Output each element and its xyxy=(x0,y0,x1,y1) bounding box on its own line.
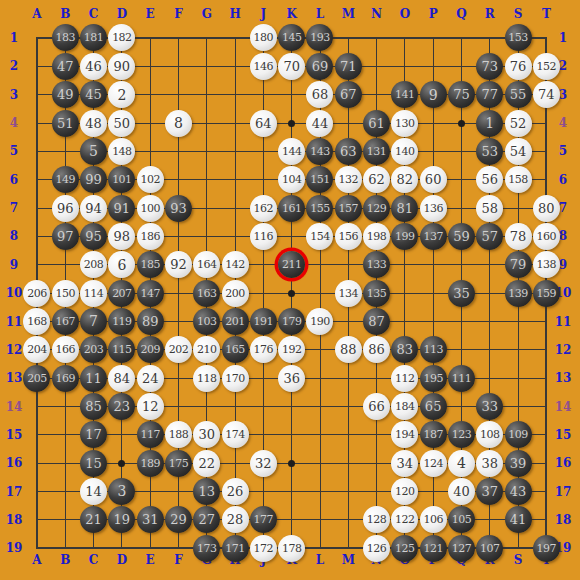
intersection-N17[interactable] xyxy=(362,477,390,505)
intersection-M4[interactable] xyxy=(334,109,362,137)
intersection-N8[interactable]: 198 xyxy=(362,222,390,250)
intersection-P11[interactable] xyxy=(419,307,447,335)
intersection-P18[interactable]: 106 xyxy=(419,506,447,534)
intersection-O3[interactable]: 141 xyxy=(391,81,419,109)
intersection-Q11[interactable] xyxy=(447,307,475,335)
intersection-B10[interactable]: 150 xyxy=(51,279,79,307)
intersection-M8[interactable]: 156 xyxy=(334,222,362,250)
intersection-J13[interactable] xyxy=(249,364,277,392)
intersection-O12[interactable]: 83 xyxy=(391,336,419,364)
intersection-D1[interactable]: 182 xyxy=(108,24,136,52)
intersection-P19[interactable]: 121 xyxy=(419,534,447,562)
intersection-G13[interactable]: 118 xyxy=(193,364,221,392)
intersection-E19[interactable] xyxy=(136,534,164,562)
intersection-L11[interactable]: 190 xyxy=(306,307,334,335)
intersection-F2[interactable] xyxy=(164,52,192,80)
intersection-D7[interactable]: 91 xyxy=(108,194,136,222)
intersection-Q10[interactable]: 35 xyxy=(447,279,475,307)
intersection-G15[interactable]: 30 xyxy=(193,421,221,449)
intersection-R13[interactable] xyxy=(476,364,504,392)
intersection-B17[interactable] xyxy=(51,477,79,505)
intersection-B6[interactable]: 149 xyxy=(51,166,79,194)
intersection-L8[interactable]: 154 xyxy=(306,222,334,250)
intersection-C13[interactable]: 11 xyxy=(79,364,107,392)
intersection-R5[interactable]: 53 xyxy=(476,137,504,165)
intersection-J16[interactable]: 32 xyxy=(249,449,277,477)
intersection-T15[interactable] xyxy=(532,421,560,449)
intersection-E17[interactable] xyxy=(136,477,164,505)
intersection-E15[interactable]: 117 xyxy=(136,421,164,449)
intersection-M16[interactable] xyxy=(334,449,362,477)
intersection-E4[interactable] xyxy=(136,109,164,137)
intersection-Q8[interactable]: 59 xyxy=(447,222,475,250)
intersection-G17[interactable]: 13 xyxy=(193,477,221,505)
intersection-H17[interactable]: 26 xyxy=(221,477,249,505)
intersection-E1[interactable] xyxy=(136,24,164,52)
intersection-H5[interactable] xyxy=(221,137,249,165)
intersection-C5[interactable]: 5 xyxy=(79,137,107,165)
intersection-M3[interactable]: 67 xyxy=(334,81,362,109)
intersection-Q18[interactable]: 105 xyxy=(447,506,475,534)
intersection-Q16[interactable]: 4 xyxy=(447,449,475,477)
intersection-P17[interactable] xyxy=(419,477,447,505)
intersection-D9[interactable]: 6 xyxy=(108,251,136,279)
intersection-S5[interactable]: 54 xyxy=(504,137,532,165)
intersection-F12[interactable]: 202 xyxy=(164,336,192,364)
intersection-S19[interactable] xyxy=(504,534,532,562)
intersection-B9[interactable] xyxy=(51,251,79,279)
intersection-G8[interactable] xyxy=(193,222,221,250)
intersection-M7[interactable]: 157 xyxy=(334,194,362,222)
intersection-M2[interactable]: 71 xyxy=(334,52,362,80)
intersection-M13[interactable] xyxy=(334,364,362,392)
intersection-Q15[interactable]: 123 xyxy=(447,421,475,449)
intersection-A5[interactable] xyxy=(23,137,51,165)
intersection-F11[interactable] xyxy=(164,307,192,335)
intersection-D4[interactable]: 50 xyxy=(108,109,136,137)
intersection-G16[interactable]: 22 xyxy=(193,449,221,477)
intersection-O6[interactable]: 82 xyxy=(391,166,419,194)
intersection-L17[interactable] xyxy=(306,477,334,505)
intersection-Q19[interactable]: 127 xyxy=(447,534,475,562)
intersection-B2[interactable]: 47 xyxy=(51,52,79,80)
intersection-H14[interactable] xyxy=(221,392,249,420)
intersection-T16[interactable] xyxy=(532,449,560,477)
intersection-L6[interactable]: 151 xyxy=(306,166,334,194)
intersection-J1[interactable]: 180 xyxy=(249,24,277,52)
intersection-K4[interactable] xyxy=(278,109,306,137)
intersection-P14[interactable]: 65 xyxy=(419,392,447,420)
intersection-F6[interactable] xyxy=(164,166,192,194)
intersection-S10[interactable]: 139 xyxy=(504,279,532,307)
intersection-P8[interactable]: 137 xyxy=(419,222,447,250)
intersection-Q7[interactable] xyxy=(447,194,475,222)
intersection-Q1[interactable] xyxy=(447,24,475,52)
intersection-T7[interactable]: 80 xyxy=(532,194,560,222)
intersection-T10[interactable]: 159 xyxy=(532,279,560,307)
intersection-R9[interactable] xyxy=(476,251,504,279)
intersection-R15[interactable]: 108 xyxy=(476,421,504,449)
intersection-S9[interactable]: 79 xyxy=(504,251,532,279)
intersection-G2[interactable] xyxy=(193,52,221,80)
intersection-G12[interactable]: 210 xyxy=(193,336,221,364)
intersection-R11[interactable] xyxy=(476,307,504,335)
intersection-Q4[interactable] xyxy=(447,109,475,137)
intersection-J3[interactable] xyxy=(249,81,277,109)
intersection-G10[interactable]: 163 xyxy=(193,279,221,307)
intersection-K1[interactable]: 145 xyxy=(278,24,306,52)
intersection-S7[interactable] xyxy=(504,194,532,222)
intersection-E10[interactable]: 147 xyxy=(136,279,164,307)
intersection-S18[interactable]: 41 xyxy=(504,506,532,534)
intersection-F7[interactable]: 93 xyxy=(164,194,192,222)
intersection-T18[interactable] xyxy=(532,506,560,534)
intersection-N6[interactable]: 62 xyxy=(362,166,390,194)
intersection-N10[interactable]: 135 xyxy=(362,279,390,307)
intersection-N2[interactable] xyxy=(362,52,390,80)
intersection-S11[interactable] xyxy=(504,307,532,335)
intersection-L5[interactable]: 143 xyxy=(306,137,334,165)
intersection-T2[interactable]: 152 xyxy=(532,52,560,80)
intersection-K8[interactable] xyxy=(278,222,306,250)
intersection-A1[interactable] xyxy=(23,24,51,52)
intersection-B11[interactable]: 167 xyxy=(51,307,79,335)
intersection-L15[interactable] xyxy=(306,421,334,449)
intersection-J9[interactable] xyxy=(249,251,277,279)
intersection-A18[interactable] xyxy=(23,506,51,534)
intersection-A9[interactable] xyxy=(23,251,51,279)
intersection-G11[interactable]: 103 xyxy=(193,307,221,335)
intersection-K19[interactable]: 178 xyxy=(278,534,306,562)
intersection-E6[interactable]: 102 xyxy=(136,166,164,194)
intersection-F1[interactable] xyxy=(164,24,192,52)
intersection-O4[interactable]: 130 xyxy=(391,109,419,137)
intersection-N11[interactable]: 87 xyxy=(362,307,390,335)
intersection-Q6[interactable] xyxy=(447,166,475,194)
intersection-S3[interactable]: 55 xyxy=(504,81,532,109)
intersection-T6[interactable] xyxy=(532,166,560,194)
intersection-O10[interactable] xyxy=(391,279,419,307)
intersection-P1[interactable] xyxy=(419,24,447,52)
intersection-D3[interactable]: 2 xyxy=(108,81,136,109)
intersection-M1[interactable] xyxy=(334,24,362,52)
intersection-F14[interactable] xyxy=(164,392,192,420)
intersection-C15[interactable]: 17 xyxy=(79,421,107,449)
intersection-D5[interactable]: 148 xyxy=(108,137,136,165)
intersection-H12[interactable]: 165 xyxy=(221,336,249,364)
intersection-A2[interactable] xyxy=(23,52,51,80)
intersection-T14[interactable] xyxy=(532,392,560,420)
intersection-N16[interactable] xyxy=(362,449,390,477)
intersection-D18[interactable]: 19 xyxy=(108,506,136,534)
intersection-E5[interactable] xyxy=(136,137,164,165)
intersection-S6[interactable]: 158 xyxy=(504,166,532,194)
intersection-K14[interactable] xyxy=(278,392,306,420)
intersection-R6[interactable]: 56 xyxy=(476,166,504,194)
intersection-C9[interactable]: 208 xyxy=(79,251,107,279)
intersection-H11[interactable]: 201 xyxy=(221,307,249,335)
intersection-B5[interactable] xyxy=(51,137,79,165)
intersection-N9[interactable]: 133 xyxy=(362,251,390,279)
intersection-O16[interactable]: 34 xyxy=(391,449,419,477)
intersection-A16[interactable] xyxy=(23,449,51,477)
intersection-H15[interactable]: 174 xyxy=(221,421,249,449)
intersection-R7[interactable]: 58 xyxy=(476,194,504,222)
intersection-L12[interactable] xyxy=(306,336,334,364)
intersection-M12[interactable]: 88 xyxy=(334,336,362,364)
intersection-O1[interactable] xyxy=(391,24,419,52)
intersection-A15[interactable] xyxy=(23,421,51,449)
intersection-M9[interactable] xyxy=(334,251,362,279)
intersection-N14[interactable]: 66 xyxy=(362,392,390,420)
intersection-P13[interactable]: 195 xyxy=(419,364,447,392)
intersection-S12[interactable] xyxy=(504,336,532,364)
intersection-N18[interactable]: 128 xyxy=(362,506,390,534)
intersection-J11[interactable]: 191 xyxy=(249,307,277,335)
intersection-A4[interactable] xyxy=(23,109,51,137)
intersection-C2[interactable]: 46 xyxy=(79,52,107,80)
intersection-E8[interactable]: 186 xyxy=(136,222,164,250)
intersection-J12[interactable]: 176 xyxy=(249,336,277,364)
intersection-G3[interactable] xyxy=(193,81,221,109)
intersection-C6[interactable]: 99 xyxy=(79,166,107,194)
intersection-K13[interactable]: 36 xyxy=(278,364,306,392)
intersection-P16[interactable]: 124 xyxy=(419,449,447,477)
intersection-O14[interactable]: 184 xyxy=(391,392,419,420)
intersection-N5[interactable]: 131 xyxy=(362,137,390,165)
intersection-K10[interactable] xyxy=(278,279,306,307)
intersection-H9[interactable]: 142 xyxy=(221,251,249,279)
intersection-L7[interactable]: 155 xyxy=(306,194,334,222)
intersection-Q17[interactable]: 40 xyxy=(447,477,475,505)
intersection-D17[interactable]: 3 xyxy=(108,477,136,505)
intersection-L1[interactable]: 193 xyxy=(306,24,334,52)
intersection-G19[interactable]: 173 xyxy=(193,534,221,562)
intersection-T19[interactable]: 197 xyxy=(532,534,560,562)
intersection-R8[interactable]: 57 xyxy=(476,222,504,250)
intersection-R14[interactable]: 33 xyxy=(476,392,504,420)
intersection-M11[interactable] xyxy=(334,307,362,335)
intersection-F17[interactable] xyxy=(164,477,192,505)
intersection-O15[interactable]: 194 xyxy=(391,421,419,449)
intersection-K5[interactable]: 144 xyxy=(278,137,306,165)
intersection-J4[interactable]: 64 xyxy=(249,109,277,137)
intersection-E14[interactable]: 12 xyxy=(136,392,164,420)
intersection-B1[interactable]: 183 xyxy=(51,24,79,52)
intersection-H1[interactable] xyxy=(221,24,249,52)
intersection-H6[interactable] xyxy=(221,166,249,194)
intersection-C16[interactable]: 15 xyxy=(79,449,107,477)
intersection-B8[interactable]: 97 xyxy=(51,222,79,250)
intersection-E3[interactable] xyxy=(136,81,164,109)
intersection-M5[interactable]: 63 xyxy=(334,137,362,165)
intersection-A11[interactable]: 168 xyxy=(23,307,51,335)
intersection-K2[interactable]: 70 xyxy=(278,52,306,80)
intersection-O17[interactable]: 120 xyxy=(391,477,419,505)
intersection-F9[interactable]: 92 xyxy=(164,251,192,279)
intersection-N19[interactable]: 126 xyxy=(362,534,390,562)
intersection-R17[interactable]: 37 xyxy=(476,477,504,505)
intersection-A3[interactable] xyxy=(23,81,51,109)
intersection-N12[interactable]: 86 xyxy=(362,336,390,364)
intersection-P15[interactable]: 187 xyxy=(419,421,447,449)
intersection-L18[interactable] xyxy=(306,506,334,534)
intersection-N13[interactable] xyxy=(362,364,390,392)
intersection-C19[interactable] xyxy=(79,534,107,562)
intersection-A14[interactable] xyxy=(23,392,51,420)
intersection-H10[interactable]: 200 xyxy=(221,279,249,307)
intersection-H7[interactable] xyxy=(221,194,249,222)
intersection-L10[interactable] xyxy=(306,279,334,307)
intersection-J19[interactable]: 172 xyxy=(249,534,277,562)
intersection-H4[interactable] xyxy=(221,109,249,137)
intersection-H2[interactable] xyxy=(221,52,249,80)
intersection-G1[interactable] xyxy=(193,24,221,52)
intersection-O18[interactable]: 122 xyxy=(391,506,419,534)
intersection-N4[interactable]: 61 xyxy=(362,109,390,137)
intersection-S1[interactable]: 153 xyxy=(504,24,532,52)
intersection-K15[interactable] xyxy=(278,421,306,449)
intersection-P9[interactable] xyxy=(419,251,447,279)
intersection-G9[interactable]: 164 xyxy=(193,251,221,279)
intersection-C8[interactable]: 95 xyxy=(79,222,107,250)
intersection-F13[interactable] xyxy=(164,364,192,392)
intersection-T9[interactable]: 138 xyxy=(532,251,560,279)
intersection-A7[interactable] xyxy=(23,194,51,222)
intersection-T4[interactable] xyxy=(532,109,560,137)
intersection-S16[interactable]: 39 xyxy=(504,449,532,477)
intersection-A10[interactable]: 206 xyxy=(23,279,51,307)
intersection-L2[interactable]: 69 xyxy=(306,52,334,80)
intersection-O9[interactable] xyxy=(391,251,419,279)
intersection-G14[interactable] xyxy=(193,392,221,420)
intersection-R18[interactable] xyxy=(476,506,504,534)
intersection-A6[interactable] xyxy=(23,166,51,194)
intersection-L9[interactable] xyxy=(306,251,334,279)
intersection-D6[interactable]: 101 xyxy=(108,166,136,194)
intersection-F15[interactable]: 188 xyxy=(164,421,192,449)
intersection-T12[interactable] xyxy=(532,336,560,364)
intersection-L16[interactable] xyxy=(306,449,334,477)
intersection-F18[interactable]: 29 xyxy=(164,506,192,534)
intersection-E18[interactable]: 31 xyxy=(136,506,164,534)
intersection-B4[interactable]: 51 xyxy=(51,109,79,137)
intersection-Q14[interactable] xyxy=(447,392,475,420)
intersection-Q3[interactable]: 75 xyxy=(447,81,475,109)
intersection-P4[interactable] xyxy=(419,109,447,137)
intersection-K16[interactable] xyxy=(278,449,306,477)
intersection-C4[interactable]: 48 xyxy=(79,109,107,137)
intersection-D15[interactable] xyxy=(108,421,136,449)
intersection-K7[interactable]: 161 xyxy=(278,194,306,222)
intersection-B19[interactable] xyxy=(51,534,79,562)
intersection-G18[interactable]: 27 xyxy=(193,506,221,534)
intersection-A8[interactable] xyxy=(23,222,51,250)
intersection-F3[interactable] xyxy=(164,81,192,109)
intersection-P6[interactable]: 60 xyxy=(419,166,447,194)
intersection-C12[interactable]: 203 xyxy=(79,336,107,364)
intersection-F19[interactable] xyxy=(164,534,192,562)
intersection-K9[interactable]: 211 xyxy=(278,251,306,279)
intersection-D19[interactable] xyxy=(108,534,136,562)
intersection-J5[interactable] xyxy=(249,137,277,165)
intersection-L19[interactable] xyxy=(306,534,334,562)
intersection-J10[interactable] xyxy=(249,279,277,307)
intersection-F16[interactable]: 175 xyxy=(164,449,192,477)
intersection-S13[interactable] xyxy=(504,364,532,392)
intersection-B14[interactable] xyxy=(51,392,79,420)
intersection-B18[interactable] xyxy=(51,506,79,534)
intersection-F10[interactable] xyxy=(164,279,192,307)
intersection-P10[interactable] xyxy=(419,279,447,307)
intersection-N7[interactable]: 129 xyxy=(362,194,390,222)
intersection-H8[interactable] xyxy=(221,222,249,250)
intersection-O2[interactable] xyxy=(391,52,419,80)
intersection-T17[interactable] xyxy=(532,477,560,505)
intersection-M10[interactable]: 134 xyxy=(334,279,362,307)
intersection-L3[interactable]: 68 xyxy=(306,81,334,109)
intersection-R2[interactable]: 73 xyxy=(476,52,504,80)
intersection-D10[interactable]: 207 xyxy=(108,279,136,307)
intersection-P5[interactable] xyxy=(419,137,447,165)
intersection-O7[interactable]: 81 xyxy=(391,194,419,222)
intersection-D12[interactable]: 115 xyxy=(108,336,136,364)
intersection-O5[interactable]: 140 xyxy=(391,137,419,165)
intersection-T1[interactable] xyxy=(532,24,560,52)
intersection-J18[interactable]: 177 xyxy=(249,506,277,534)
intersection-N3[interactable] xyxy=(362,81,390,109)
intersection-T5[interactable] xyxy=(532,137,560,165)
intersection-C11[interactable]: 7 xyxy=(79,307,107,335)
intersection-S2[interactable]: 76 xyxy=(504,52,532,80)
intersection-M14[interactable] xyxy=(334,392,362,420)
intersection-P3[interactable]: 9 xyxy=(419,81,447,109)
intersection-R1[interactable] xyxy=(476,24,504,52)
intersection-D2[interactable]: 90 xyxy=(108,52,136,80)
intersection-T8[interactable]: 160 xyxy=(532,222,560,250)
intersection-M18[interactable] xyxy=(334,506,362,534)
intersection-Q9[interactable] xyxy=(447,251,475,279)
intersection-Q12[interactable] xyxy=(447,336,475,364)
intersection-H3[interactable] xyxy=(221,81,249,109)
intersection-O11[interactable] xyxy=(391,307,419,335)
intersection-L14[interactable] xyxy=(306,392,334,420)
intersection-R12[interactable] xyxy=(476,336,504,364)
intersection-M15[interactable] xyxy=(334,421,362,449)
intersection-S4[interactable]: 52 xyxy=(504,109,532,137)
intersection-T11[interactable] xyxy=(532,307,560,335)
intersection-C10[interactable]: 114 xyxy=(79,279,107,307)
intersection-C17[interactable]: 14 xyxy=(79,477,107,505)
intersection-Q13[interactable]: 111 xyxy=(447,364,475,392)
intersection-J2[interactable]: 146 xyxy=(249,52,277,80)
intersection-J17[interactable] xyxy=(249,477,277,505)
intersection-E7[interactable]: 100 xyxy=(136,194,164,222)
intersection-L13[interactable] xyxy=(306,364,334,392)
intersection-N1[interactable] xyxy=(362,24,390,52)
intersection-H13[interactable]: 170 xyxy=(221,364,249,392)
intersection-E2[interactable] xyxy=(136,52,164,80)
intersection-C18[interactable]: 21 xyxy=(79,506,107,534)
intersection-K3[interactable] xyxy=(278,81,306,109)
intersection-S17[interactable]: 43 xyxy=(504,477,532,505)
intersection-G5[interactable] xyxy=(193,137,221,165)
intersection-H19[interactable]: 171 xyxy=(221,534,249,562)
intersection-K6[interactable]: 104 xyxy=(278,166,306,194)
intersection-K11[interactable]: 179 xyxy=(278,307,306,335)
intersection-S8[interactable]: 78 xyxy=(504,222,532,250)
intersection-E11[interactable]: 89 xyxy=(136,307,164,335)
